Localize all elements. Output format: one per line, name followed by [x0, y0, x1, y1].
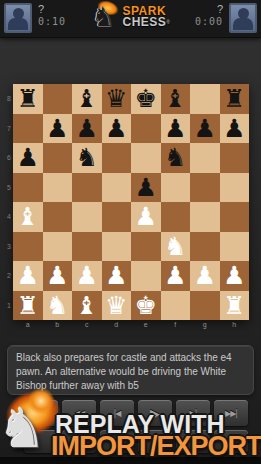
rank-label-4: 4 [0, 202, 11, 232]
rank-label-8: 8 [0, 84, 11, 114]
black-pawn: ♟ [105, 114, 127, 143]
white-bishop: ♝ [17, 202, 39, 231]
square-g3[interactable] [190, 232, 220, 262]
square-e6[interactable] [131, 143, 161, 173]
player-left-clock: 0:10 [38, 15, 66, 28]
square-e2[interactable] [131, 261, 161, 291]
square-b2[interactable]: ♟ [43, 261, 73, 291]
white-pawn: ♟ [76, 261, 98, 290]
file-label-d: d [102, 320, 132, 329]
sparkchess-logo: ♞ SPARK CHESS® [90, 1, 170, 33]
black-rook: ♜ [17, 84, 39, 113]
square-f6[interactable]: ♞ [161, 143, 191, 173]
black-king: ♚ [135, 84, 157, 113]
black-bishop: ♝ [76, 84, 98, 113]
white-queen: ♛ [105, 291, 127, 320]
player-left: ? 0:10 [4, 3, 72, 33]
square-h8[interactable]: ♜ [220, 84, 250, 114]
square-b8[interactable] [43, 84, 73, 114]
white-knight: ♞ [164, 232, 186, 261]
player-right-name: ? [195, 3, 223, 15]
white-rook: ♜ [17, 291, 39, 320]
white-pawn: ♟ [194, 261, 216, 290]
white-rook: ♜ [223, 291, 245, 320]
square-g7[interactable]: ♟ [190, 114, 220, 144]
square-h4[interactable] [220, 202, 250, 232]
square-g4[interactable] [190, 202, 220, 232]
square-b1[interactable]: ♞ [43, 291, 73, 321]
black-rook: ♜ [223, 84, 245, 113]
file-label-b: b [43, 320, 73, 329]
rank-label-1: 1 [0, 291, 11, 321]
square-h2[interactable]: ♟ [220, 261, 250, 291]
header: ? 0:10 ♞ SPARK CHESS® ? 0:00 [0, 0, 261, 38]
black-bishop: ♝ [164, 84, 186, 113]
square-h6[interactable] [220, 143, 250, 173]
square-c1[interactable]: ♝ [72, 291, 102, 321]
square-c3[interactable] [72, 232, 102, 262]
rank-labels: 87654321 [0, 84, 11, 320]
white-pawn: ♟ [164, 261, 186, 290]
knight-icon: ♞ [0, 400, 46, 458]
square-d1[interactable]: ♛ [102, 291, 132, 321]
logo-word-chess: CHESS® [122, 17, 170, 28]
rank-label-7: 7 [0, 114, 11, 144]
file-label-a: a [13, 320, 43, 329]
black-pawn: ♟ [76, 114, 98, 143]
square-e5[interactable]: ♟ [131, 173, 161, 203]
square-g6[interactable] [190, 143, 220, 173]
square-a6[interactable]: ♟ [13, 143, 43, 173]
square-a3[interactable] [13, 232, 43, 262]
player-right: ? 0:00 [189, 3, 257, 33]
square-d7[interactable]: ♟ [102, 114, 132, 144]
square-e7[interactable] [131, 114, 161, 144]
avatar-silhouette-torso [8, 18, 28, 30]
rank-label-5: 5 [0, 173, 11, 203]
square-h5[interactable] [220, 173, 250, 203]
file-label-f: f [161, 320, 191, 329]
square-d6[interactable] [102, 143, 132, 173]
square-a2[interactable]: ♟ [13, 261, 43, 291]
rank-label-6: 6 [0, 143, 11, 173]
black-pawn: ♟ [164, 114, 186, 143]
sparkchess-app: ? 0:10 ♞ SPARK CHESS® ? 0:00 87 [0, 0, 261, 464]
square-f3[interactable]: ♞ [161, 232, 191, 262]
square-h3[interactable] [220, 232, 250, 262]
square-b3[interactable] [43, 232, 73, 262]
white-king: ♚ [135, 291, 157, 320]
square-g5[interactable] [190, 173, 220, 203]
square-a4[interactable]: ♝ [13, 202, 43, 232]
square-a8[interactable]: ♜ [13, 84, 43, 114]
square-d4[interactable] [102, 202, 132, 232]
knight-icon: ♞ [91, 2, 114, 32]
registered-mark: ® [166, 19, 170, 25]
square-g2[interactable]: ♟ [190, 261, 220, 291]
square-d5[interactable] [102, 173, 132, 203]
chess-board: ♜♝♛♚♝♜♟♟♟♟♟♟♟♞♞♟♝♟♞♟♟♟♟♟♟♟♜♞♝♛♚♜ [13, 84, 249, 320]
file-label-h: h [220, 320, 250, 329]
file-label-c: c [72, 320, 102, 329]
square-b6[interactable] [43, 143, 73, 173]
white-pawn: ♟ [105, 261, 127, 290]
square-f5[interactable] [161, 173, 191, 203]
square-e1[interactable]: ♚ [131, 291, 161, 321]
square-d8[interactable]: ♛ [102, 84, 132, 114]
black-knight: ♞ [76, 143, 98, 172]
square-h7[interactable]: ♟ [220, 114, 250, 144]
square-f2[interactable]: ♟ [161, 261, 191, 291]
white-pawn: ♟ [223, 261, 245, 290]
square-d2[interactable]: ♟ [102, 261, 132, 291]
square-c2[interactable]: ♟ [72, 261, 102, 291]
square-d3[interactable] [102, 232, 132, 262]
avatar-left[interactable] [4, 3, 32, 33]
white-pawn: ♟ [135, 202, 157, 231]
file-label-g: g [190, 320, 220, 329]
square-g8[interactable] [190, 84, 220, 114]
promo-banner[interactable]: ♞ REPLAY WITH IMPORT/EXPORT [0, 388, 261, 464]
white-pawn: ♟ [17, 261, 39, 290]
white-knight: ♞ [46, 291, 68, 320]
black-pawn: ♟ [17, 143, 39, 172]
square-e8[interactable]: ♚ [131, 84, 161, 114]
square-f7[interactable]: ♟ [161, 114, 191, 144]
black-pawn: ♟ [46, 114, 68, 143]
square-g1[interactable] [190, 291, 220, 321]
square-a7[interactable] [13, 114, 43, 144]
square-c4[interactable] [72, 202, 102, 232]
player-right-clock: 0:00 [195, 15, 223, 28]
commentary-line: pawn. An alternative would be driving th… [16, 365, 245, 379]
avatar-right[interactable] [229, 3, 257, 33]
white-pawn: ♟ [46, 261, 68, 290]
black-knight: ♞ [164, 143, 186, 172]
commentary-line: Black also prepares for castle and attac… [16, 351, 245, 365]
square-b4[interactable] [43, 202, 73, 232]
square-c5[interactable] [72, 173, 102, 203]
square-a5[interactable] [13, 173, 43, 203]
avatar-silhouette-torso [233, 18, 253, 30]
black-queen: ♛ [105, 84, 127, 113]
square-e4[interactable]: ♟ [131, 202, 161, 232]
square-b7[interactable]: ♟ [43, 114, 73, 144]
logo-knight-icon: ♞ [90, 1, 120, 33]
rank-label-2: 2 [0, 261, 11, 291]
square-c7[interactable]: ♟ [72, 114, 102, 144]
square-e3[interactable] [131, 232, 161, 262]
square-f4[interactable] [161, 202, 191, 232]
file-labels: abcdefgh [13, 320, 249, 329]
black-pawn: ♟ [135, 173, 157, 202]
square-h1[interactable]: ♜ [220, 291, 250, 321]
square-c6[interactable]: ♞ [72, 143, 102, 173]
file-label-e: e [131, 320, 161, 329]
player-left-name: ? [38, 3, 66, 15]
square-f1[interactable] [161, 291, 191, 321]
banner-text-line2: IMPORT/EXPORT [51, 431, 261, 462]
square-c8[interactable]: ♝ [72, 84, 102, 114]
square-a1[interactable]: ♜ [13, 291, 43, 321]
square-b5[interactable] [43, 173, 73, 203]
rank-label-3: 3 [0, 232, 11, 262]
white-bishop: ♝ [76, 291, 98, 320]
black-pawn: ♟ [194, 114, 216, 143]
square-f8[interactable]: ♝ [161, 84, 191, 114]
black-pawn: ♟ [223, 114, 245, 143]
